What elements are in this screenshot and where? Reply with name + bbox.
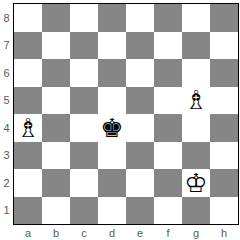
piece-tile-g5: ♗ — [182, 87, 210, 115]
square-a3[interactable] — [14, 142, 42, 170]
piece-tile-d4: ♚ — [98, 114, 126, 142]
square-b7[interactable] — [42, 32, 70, 60]
square-d5[interactable] — [98, 87, 126, 115]
square-e4[interactable] — [126, 114, 154, 142]
square-d6[interactable] — [98, 59, 126, 87]
square-c7[interactable] — [70, 32, 98, 60]
rank-labels: 87654321 — [0, 4, 13, 224]
square-b4[interactable] — [42, 114, 70, 142]
square-c3[interactable] — [70, 142, 98, 170]
square-f1[interactable] — [154, 197, 182, 225]
square-c6[interactable] — [70, 59, 98, 87]
square-f8[interactable] — [154, 4, 182, 32]
piece-white-bishop[interactable]: ♗ — [184, 87, 207, 113]
square-b1[interactable] — [42, 197, 70, 225]
file-label-b: b — [42, 225, 70, 240]
square-g5[interactable]: ♗ — [182, 87, 210, 115]
square-h5[interactable] — [210, 87, 238, 115]
square-a8[interactable] — [14, 4, 42, 32]
square-h3[interactable] — [210, 142, 238, 170]
square-g3[interactable] — [182, 142, 210, 170]
square-b2[interactable] — [42, 169, 70, 197]
square-d7[interactable] — [98, 32, 126, 60]
square-g8[interactable] — [182, 4, 210, 32]
square-h8[interactable] — [210, 4, 238, 32]
file-label-g: g — [182, 225, 210, 240]
chess-diagram: 87654321 ♗♗♚♔ abcdefgh — [0, 0, 240, 240]
square-g7[interactable] — [182, 32, 210, 60]
square-e8[interactable] — [126, 4, 154, 32]
square-e1[interactable] — [126, 197, 154, 225]
square-g2[interactable]: ♔ — [182, 169, 210, 197]
square-c4[interactable] — [70, 114, 98, 142]
rank-label-7: 7 — [0, 32, 13, 60]
rank-label-4: 4 — [0, 114, 13, 142]
rank-label-6: 6 — [0, 59, 13, 87]
piece-white-bishop[interactable]: ♗ — [16, 115, 39, 141]
rank-label-5: 5 — [0, 87, 13, 115]
square-e6[interactable] — [126, 59, 154, 87]
square-f5[interactable] — [154, 87, 182, 115]
chess-board: ♗♗♚♔ — [13, 3, 239, 225]
file-label-a: a — [14, 225, 42, 240]
file-label-h: h — [210, 225, 238, 240]
square-a2[interactable] — [14, 169, 42, 197]
square-h1[interactable] — [210, 197, 238, 225]
file-label-d: d — [98, 225, 126, 240]
square-d1[interactable] — [98, 197, 126, 225]
square-g1[interactable] — [182, 197, 210, 225]
rank-label-2: 2 — [0, 169, 13, 197]
square-a6[interactable] — [14, 59, 42, 87]
square-d8[interactable] — [98, 4, 126, 32]
square-a7[interactable] — [14, 32, 42, 60]
square-e7[interactable] — [126, 32, 154, 60]
square-c1[interactable] — [70, 197, 98, 225]
square-b5[interactable] — [42, 87, 70, 115]
rank-label-3: 3 — [0, 142, 13, 170]
square-f7[interactable] — [154, 32, 182, 60]
square-c8[interactable] — [70, 4, 98, 32]
square-f4[interactable] — [154, 114, 182, 142]
piece-tile-g2: ♔ — [182, 169, 210, 197]
square-g6[interactable] — [182, 59, 210, 87]
square-c2[interactable] — [70, 169, 98, 197]
rank-label-1: 1 — [0, 197, 13, 225]
square-b8[interactable] — [42, 4, 70, 32]
file-label-f: f — [154, 225, 182, 240]
square-a5[interactable] — [14, 87, 42, 115]
file-labels: abcdefgh — [14, 225, 238, 240]
square-f2[interactable] — [154, 169, 182, 197]
square-e2[interactable] — [126, 169, 154, 197]
rank-label-8: 8 — [0, 4, 13, 32]
square-a4[interactable]: ♗ — [14, 114, 42, 142]
square-f6[interactable] — [154, 59, 182, 87]
piece-black-king[interactable]: ♚ — [100, 115, 123, 141]
square-h2[interactable] — [210, 169, 238, 197]
piece-white-king[interactable]: ♔ — [184, 170, 207, 196]
square-a1[interactable] — [14, 197, 42, 225]
square-d4[interactable]: ♚ — [98, 114, 126, 142]
square-g4[interactable] — [182, 114, 210, 142]
square-b6[interactable] — [42, 59, 70, 87]
square-d2[interactable] — [98, 169, 126, 197]
square-e3[interactable] — [126, 142, 154, 170]
square-f3[interactable] — [154, 142, 182, 170]
square-d3[interactable] — [98, 142, 126, 170]
square-e5[interactable] — [126, 87, 154, 115]
square-h6[interactable] — [210, 59, 238, 87]
square-h7[interactable] — [210, 32, 238, 60]
file-label-e: e — [126, 225, 154, 240]
piece-tile-a4: ♗ — [14, 114, 42, 142]
square-b3[interactable] — [42, 142, 70, 170]
square-c5[interactable] — [70, 87, 98, 115]
file-label-c: c — [70, 225, 98, 240]
square-h4[interactable] — [210, 114, 238, 142]
